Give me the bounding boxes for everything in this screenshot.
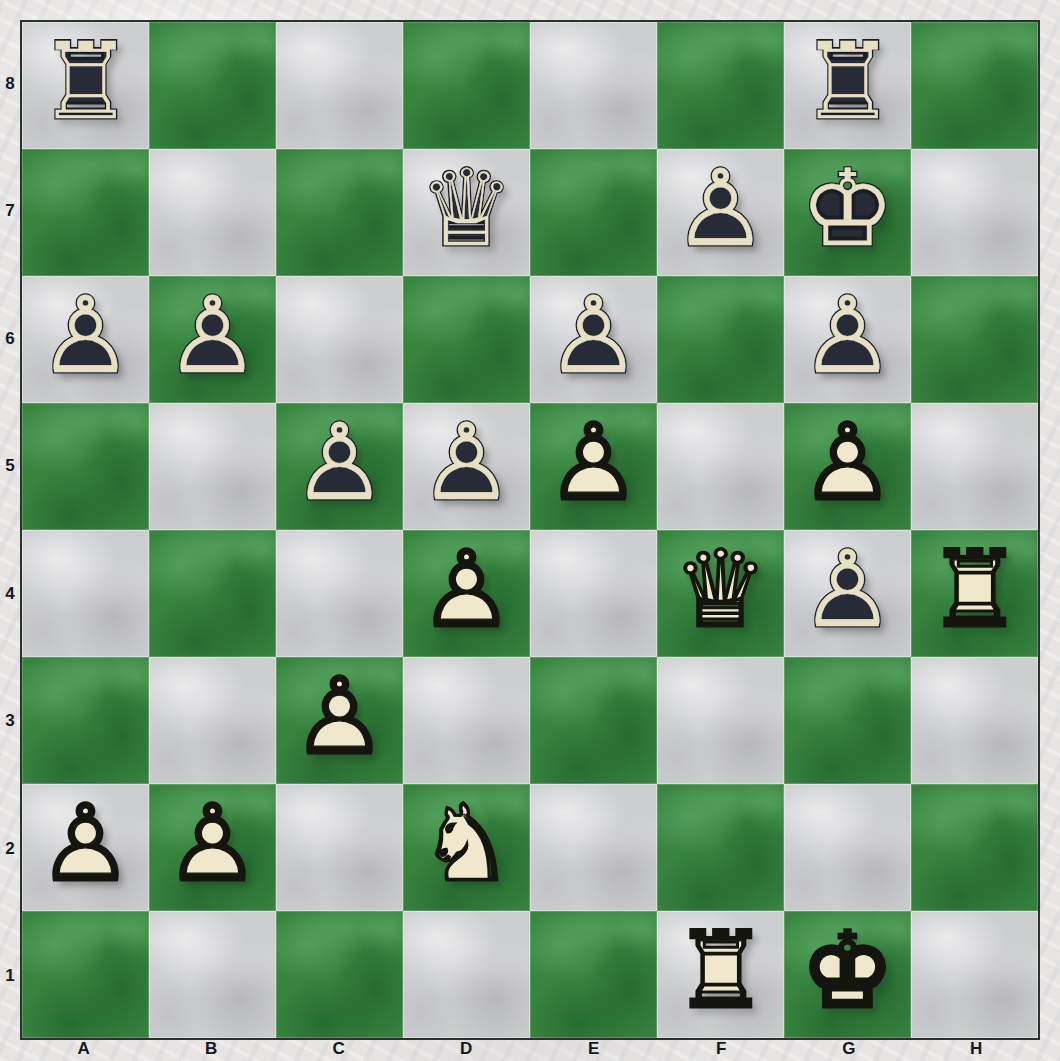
piece-black-rook[interactable]: ♜♖ bbox=[22, 22, 149, 149]
file-label-b: B bbox=[148, 1038, 276, 1060]
piece-glyph-outline: ♙ bbox=[276, 403, 403, 530]
square-e6[interactable]: ♟♙ bbox=[530, 276, 657, 403]
file-label-f: F bbox=[658, 1038, 786, 1060]
piece-white-pawn[interactable]: ♟♙ bbox=[403, 530, 530, 657]
piece-glyph-outline: ♙ bbox=[403, 403, 530, 530]
square-c5[interactable]: ♟♙ bbox=[276, 403, 403, 530]
rank-label-7: 7 bbox=[0, 148, 20, 276]
piece-white-queen[interactable]: ♛♕ bbox=[657, 530, 784, 657]
square-e5[interactable]: ♟♙ bbox=[530, 403, 657, 530]
piece-black-pawn[interactable]: ♟♙ bbox=[784, 276, 911, 403]
square-h1[interactable] bbox=[911, 911, 1038, 1038]
square-h5[interactable] bbox=[911, 403, 1038, 530]
piece-white-knight[interactable]: ♞♘ bbox=[403, 784, 530, 911]
piece-white-rook[interactable]: ♜♖ bbox=[911, 530, 1038, 657]
piece-black-queen[interactable]: ♛♕ bbox=[403, 149, 530, 276]
square-g4[interactable]: ♟♙ bbox=[784, 530, 911, 657]
rank-label-6: 6 bbox=[0, 275, 20, 403]
square-b2[interactable]: ♟♙ bbox=[149, 784, 276, 911]
square-b7[interactable] bbox=[149, 149, 276, 276]
piece-glyph-outline: ♙ bbox=[149, 784, 276, 911]
piece-white-pawn[interactable]: ♟♙ bbox=[784, 403, 911, 530]
piece-white-rook[interactable]: ♜♖ bbox=[657, 911, 784, 1038]
piece-glyph-outline: ♙ bbox=[149, 276, 276, 403]
square-h6[interactable] bbox=[911, 276, 1038, 403]
piece-glyph-outline: ♙ bbox=[784, 403, 911, 530]
square-c1[interactable] bbox=[276, 911, 403, 1038]
rank-label-5: 5 bbox=[0, 403, 20, 531]
square-f8[interactable] bbox=[657, 22, 784, 149]
square-a4[interactable] bbox=[22, 530, 149, 657]
square-c4[interactable] bbox=[276, 530, 403, 657]
square-f1[interactable]: ♜♖ bbox=[657, 911, 784, 1038]
square-f2[interactable] bbox=[657, 784, 784, 911]
square-e2[interactable] bbox=[530, 784, 657, 911]
square-c7[interactable] bbox=[276, 149, 403, 276]
rank-label-3: 3 bbox=[0, 658, 20, 786]
square-g7[interactable]: ♚♔ bbox=[784, 149, 911, 276]
square-d6[interactable] bbox=[403, 276, 530, 403]
piece-white-pawn[interactable]: ♟♙ bbox=[149, 784, 276, 911]
square-a6[interactable]: ♟♙ bbox=[22, 276, 149, 403]
square-b6[interactable]: ♟♙ bbox=[149, 276, 276, 403]
piece-glyph-outline: ♙ bbox=[276, 657, 403, 784]
file-label-d: D bbox=[403, 1038, 531, 1060]
square-h8[interactable] bbox=[911, 22, 1038, 149]
piece-glyph-outline: ♕ bbox=[403, 149, 530, 276]
square-h7[interactable] bbox=[911, 149, 1038, 276]
piece-white-pawn[interactable]: ♟♙ bbox=[530, 403, 657, 530]
rank-label-8: 8 bbox=[0, 20, 20, 148]
piece-white-pawn[interactable]: ♟♙ bbox=[22, 784, 149, 911]
square-e4[interactable] bbox=[530, 530, 657, 657]
piece-white-pawn[interactable]: ♟♙ bbox=[276, 657, 403, 784]
piece-black-rook[interactable]: ♜♖ bbox=[784, 22, 911, 149]
square-g5[interactable]: ♟♙ bbox=[784, 403, 911, 530]
square-e3[interactable] bbox=[530, 657, 657, 784]
square-b8[interactable] bbox=[149, 22, 276, 149]
file-label-g: G bbox=[785, 1038, 913, 1060]
piece-black-king[interactable]: ♚♔ bbox=[784, 149, 911, 276]
file-label-h: H bbox=[913, 1038, 1041, 1060]
piece-glyph-outline: ♖ bbox=[911, 530, 1038, 657]
square-d5[interactable]: ♟♙ bbox=[403, 403, 530, 530]
square-e7[interactable] bbox=[530, 149, 657, 276]
piece-glyph-outline: ♖ bbox=[22, 22, 149, 149]
piece-glyph-outline: ♙ bbox=[22, 276, 149, 403]
square-g6[interactable]: ♟♙ bbox=[784, 276, 911, 403]
square-b5[interactable] bbox=[149, 403, 276, 530]
square-d2[interactable]: ♞♘ bbox=[403, 784, 530, 911]
square-g2[interactable] bbox=[784, 784, 911, 911]
square-g1[interactable]: ♚♔ bbox=[784, 911, 911, 1038]
piece-glyph-outline: ♔ bbox=[784, 149, 911, 276]
square-g8[interactable]: ♜♖ bbox=[784, 22, 911, 149]
piece-glyph-outline: ♘ bbox=[403, 784, 530, 911]
square-c6[interactable] bbox=[276, 276, 403, 403]
square-h3[interactable] bbox=[911, 657, 1038, 784]
square-f5[interactable] bbox=[657, 403, 784, 530]
square-a5[interactable] bbox=[22, 403, 149, 530]
piece-glyph-outline: ♔ bbox=[784, 911, 911, 1038]
square-h2[interactable] bbox=[911, 784, 1038, 911]
file-label-c: C bbox=[275, 1038, 403, 1060]
square-f4[interactable]: ♛♕ bbox=[657, 530, 784, 657]
piece-black-pawn[interactable]: ♟♙ bbox=[530, 276, 657, 403]
square-d4[interactable]: ♟♙ bbox=[403, 530, 530, 657]
piece-black-pawn[interactable]: ♟♙ bbox=[784, 530, 911, 657]
rank-label-1: 1 bbox=[0, 913, 20, 1041]
square-c2[interactable] bbox=[276, 784, 403, 911]
piece-black-pawn[interactable]: ♟♙ bbox=[657, 149, 784, 276]
piece-glyph-outline: ♖ bbox=[784, 22, 911, 149]
rank-label-2: 2 bbox=[0, 785, 20, 913]
square-d8[interactable] bbox=[403, 22, 530, 149]
piece-glyph-outline: ♙ bbox=[530, 403, 657, 530]
square-a2[interactable]: ♟♙ bbox=[22, 784, 149, 911]
piece-glyph-outline: ♙ bbox=[22, 784, 149, 911]
square-c3[interactable]: ♟♙ bbox=[276, 657, 403, 784]
piece-glyph-outline: ♖ bbox=[657, 911, 784, 1038]
rank-label-4: 4 bbox=[0, 530, 20, 658]
square-e8[interactable] bbox=[530, 22, 657, 149]
piece-glyph-outline: ♙ bbox=[403, 530, 530, 657]
square-d1[interactable] bbox=[403, 911, 530, 1038]
square-a3[interactable] bbox=[22, 657, 149, 784]
piece-black-pawn[interactable]: ♟♙ bbox=[22, 276, 149, 403]
file-label-a: A bbox=[20, 1038, 148, 1060]
piece-glyph-outline: ♙ bbox=[657, 149, 784, 276]
square-a1[interactable] bbox=[22, 911, 149, 1038]
board-frame: ♜♖♜♖♛♕♟♙♚♔♟♙♟♙♟♙♟♙♟♙♟♙♟♙♟♙♟♙♛♕♟♙♜♖♟♙♟♙♟♙… bbox=[0, 0, 1060, 1061]
square-d7[interactable]: ♛♕ bbox=[403, 149, 530, 276]
square-h4[interactable]: ♜♖ bbox=[911, 530, 1038, 657]
square-a7[interactable] bbox=[22, 149, 149, 276]
square-b3[interactable] bbox=[149, 657, 276, 784]
piece-glyph-outline: ♙ bbox=[784, 530, 911, 657]
file-label-e: E bbox=[530, 1038, 658, 1060]
piece-glyph-outline: ♙ bbox=[784, 276, 911, 403]
square-b1[interactable] bbox=[149, 911, 276, 1038]
square-b4[interactable] bbox=[149, 530, 276, 657]
square-f6[interactable] bbox=[657, 276, 784, 403]
piece-white-king[interactable]: ♚♔ bbox=[784, 911, 911, 1038]
piece-black-pawn[interactable]: ♟♙ bbox=[403, 403, 530, 530]
square-g3[interactable] bbox=[784, 657, 911, 784]
piece-black-pawn[interactable]: ♟♙ bbox=[276, 403, 403, 530]
piece-black-pawn[interactable]: ♟♙ bbox=[149, 276, 276, 403]
square-e1[interactable] bbox=[530, 911, 657, 1038]
piece-glyph-outline: ♙ bbox=[530, 276, 657, 403]
square-d3[interactable] bbox=[403, 657, 530, 784]
square-f3[interactable] bbox=[657, 657, 784, 784]
piece-glyph-outline: ♕ bbox=[657, 530, 784, 657]
square-f7[interactable]: ♟♙ bbox=[657, 149, 784, 276]
chess-board: ♜♖♜♖♛♕♟♙♚♔♟♙♟♙♟♙♟♙♟♙♟♙♟♙♟♙♟♙♛♕♟♙♜♖♟♙♟♙♟♙… bbox=[20, 20, 1040, 1040]
square-a8[interactable]: ♜♖ bbox=[22, 22, 149, 149]
square-c8[interactable] bbox=[276, 22, 403, 149]
